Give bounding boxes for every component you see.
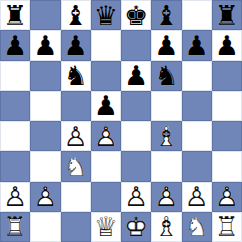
square-d4[interactable]: ♟♙ bbox=[91, 121, 121, 151]
square-c4[interactable]: ♟♙ bbox=[61, 121, 91, 151]
white-queen-d1[interactable]: ♛♕ bbox=[91, 212, 121, 242]
white-piece-outline-glyph: ♔ bbox=[121, 212, 151, 242]
square-c3[interactable]: ♞♘ bbox=[61, 151, 91, 181]
white-rook-h1[interactable]: ♜♖ bbox=[212, 212, 242, 242]
square-a6[interactable] bbox=[0, 61, 30, 91]
square-f1[interactable]: ♝♗ bbox=[151, 212, 181, 242]
square-a5[interactable] bbox=[0, 91, 30, 121]
white-rook-a1[interactable]: ♜♖ bbox=[0, 212, 30, 242]
white-king-e1[interactable]: ♚♔ bbox=[121, 212, 151, 242]
black-pawn-h7[interactable]: ♟ bbox=[212, 30, 242, 60]
black-piece-glyph: ♟ bbox=[151, 30, 181, 60]
black-rook-h8[interactable]: ♜ bbox=[212, 0, 242, 30]
square-d6[interactable] bbox=[91, 61, 121, 91]
square-e4[interactable] bbox=[121, 121, 151, 151]
square-a2[interactable]: ♟♙ bbox=[0, 182, 30, 212]
square-h7[interactable]: ♟ bbox=[212, 30, 242, 60]
square-b3[interactable] bbox=[30, 151, 60, 181]
square-f2[interactable]: ♟♙ bbox=[151, 182, 181, 212]
black-piece-glyph: ♞ bbox=[151, 61, 181, 91]
square-c5[interactable] bbox=[61, 91, 91, 121]
square-a7[interactable]: ♟ bbox=[0, 30, 30, 60]
square-b5[interactable] bbox=[30, 91, 60, 121]
white-pawn-f2[interactable]: ♟♙ bbox=[151, 182, 181, 212]
black-pawn-g7[interactable]: ♟ bbox=[182, 30, 212, 60]
square-d3[interactable] bbox=[91, 151, 121, 181]
white-piece-outline-glyph: ♙ bbox=[121, 182, 151, 212]
black-bishop-f8[interactable]: ♝ bbox=[151, 0, 181, 30]
square-g3[interactable] bbox=[182, 151, 212, 181]
black-piece-glyph: ♟ bbox=[91, 91, 121, 121]
black-piece-glyph: ♟ bbox=[30, 30, 60, 60]
square-g1[interactable]: ♞♘ bbox=[182, 212, 212, 242]
square-b2[interactable]: ♟♙ bbox=[30, 182, 60, 212]
square-a4[interactable] bbox=[0, 121, 30, 151]
square-a3[interactable] bbox=[0, 151, 30, 181]
square-f4[interactable]: ♝♗ bbox=[151, 121, 181, 151]
square-b6[interactable] bbox=[30, 61, 60, 91]
black-piece-glyph: ♟ bbox=[121, 61, 151, 91]
white-piece-outline-glyph: ♕ bbox=[91, 212, 121, 242]
square-d1[interactable]: ♛♕ bbox=[91, 212, 121, 242]
white-pawn-d4[interactable]: ♟♙ bbox=[91, 121, 121, 151]
square-f3[interactable] bbox=[151, 151, 181, 181]
square-g4[interactable] bbox=[182, 121, 212, 151]
white-pawn-c4[interactable]: ♟♙ bbox=[61, 121, 91, 151]
white-piece-outline-glyph: ♙ bbox=[61, 121, 91, 151]
square-b4[interactable] bbox=[30, 121, 60, 151]
square-c7[interactable]: ♟ bbox=[61, 30, 91, 60]
square-a8[interactable]: ♜ bbox=[0, 0, 30, 30]
square-c8[interactable]: ♝ bbox=[61, 0, 91, 30]
square-g7[interactable]: ♟ bbox=[182, 30, 212, 60]
square-d5[interactable]: ♟ bbox=[91, 91, 121, 121]
white-piece-outline-glyph: ♙ bbox=[30, 182, 60, 212]
black-piece-glyph: ♝ bbox=[151, 0, 181, 30]
white-bishop-f1[interactable]: ♝♗ bbox=[151, 212, 181, 242]
black-piece-glyph: ♟ bbox=[61, 30, 91, 60]
square-h1[interactable]: ♜♖ bbox=[212, 212, 242, 242]
square-e5[interactable] bbox=[121, 91, 151, 121]
square-h3[interactable] bbox=[212, 151, 242, 181]
black-piece-glyph: ♟ bbox=[212, 30, 242, 60]
square-b1[interactable] bbox=[30, 212, 60, 242]
square-g2[interactable]: ♟♙ bbox=[182, 182, 212, 212]
black-piece-glyph: ♜ bbox=[212, 0, 242, 30]
square-b7[interactable]: ♟ bbox=[30, 30, 60, 60]
square-d2[interactable] bbox=[91, 182, 121, 212]
white-piece-outline-glyph: ♙ bbox=[0, 182, 30, 212]
white-piece-outline-glyph: ♗ bbox=[151, 212, 181, 242]
square-b8[interactable] bbox=[30, 0, 60, 30]
black-king-e8[interactable]: ♚ bbox=[121, 0, 151, 30]
square-h5[interactable] bbox=[212, 91, 242, 121]
black-pawn-d5[interactable]: ♟ bbox=[91, 91, 121, 121]
black-piece-glyph: ♟ bbox=[182, 30, 212, 60]
square-a1[interactable]: ♜♖ bbox=[0, 212, 30, 242]
white-pawn-h2[interactable]: ♟♙ bbox=[212, 182, 242, 212]
square-g5[interactable] bbox=[182, 91, 212, 121]
white-piece-outline-glyph: ♘ bbox=[182, 212, 212, 242]
white-knight-c3[interactable]: ♞♘ bbox=[61, 151, 91, 181]
black-piece-glyph: ♜ bbox=[0, 0, 30, 30]
square-f5[interactable] bbox=[151, 91, 181, 121]
square-h6[interactable] bbox=[212, 61, 242, 91]
black-knight-c6[interactable]: ♞ bbox=[61, 61, 91, 91]
square-e2[interactable]: ♟♙ bbox=[121, 182, 151, 212]
square-f6[interactable]: ♞ bbox=[151, 61, 181, 91]
square-e7[interactable] bbox=[121, 30, 151, 60]
chess-board: ♜♝♛♚♝♜♟♟♟♟♟♟♞♟♞♟♟♙♟♙♝♗♞♘♟♙♟♙♟♙♟♙♟♙♟♙♜♖♛♕… bbox=[0, 0, 242, 242]
square-g8[interactable] bbox=[182, 0, 212, 30]
white-piece-outline-glyph: ♗ bbox=[151, 121, 181, 151]
white-pawn-g2[interactable]: ♟♙ bbox=[182, 182, 212, 212]
black-piece-glyph: ♝ bbox=[61, 0, 91, 30]
square-c1[interactable] bbox=[61, 212, 91, 242]
black-pawn-b7[interactable]: ♟ bbox=[30, 30, 60, 60]
white-knight-g1[interactable]: ♞♘ bbox=[182, 212, 212, 242]
black-knight-f6[interactable]: ♞ bbox=[151, 61, 181, 91]
square-f7[interactable]: ♟ bbox=[151, 30, 181, 60]
white-piece-outline-glyph: ♖ bbox=[212, 212, 242, 242]
black-pawn-c7[interactable]: ♟ bbox=[61, 30, 91, 60]
square-d8[interactable]: ♛ bbox=[91, 0, 121, 30]
white-pawn-a2[interactable]: ♟♙ bbox=[0, 182, 30, 212]
white-pawn-e2[interactable]: ♟♙ bbox=[121, 182, 151, 212]
square-e8[interactable]: ♚ bbox=[121, 0, 151, 30]
square-f8[interactable]: ♝ bbox=[151, 0, 181, 30]
square-e1[interactable]: ♚♔ bbox=[121, 212, 151, 242]
square-d7[interactable] bbox=[91, 30, 121, 60]
square-c6[interactable]: ♞ bbox=[61, 61, 91, 91]
black-piece-glyph: ♛ bbox=[91, 0, 121, 30]
black-rook-a8[interactable]: ♜ bbox=[0, 0, 30, 30]
white-piece-outline-glyph: ♙ bbox=[212, 182, 242, 212]
black-piece-glyph: ♞ bbox=[61, 61, 91, 91]
black-piece-glyph: ♚ bbox=[121, 0, 151, 30]
white-bishop-f4[interactable]: ♝♗ bbox=[151, 121, 181, 151]
square-e3[interactable] bbox=[121, 151, 151, 181]
white-piece-outline-glyph: ♙ bbox=[91, 121, 121, 151]
square-c2[interactable] bbox=[61, 182, 91, 212]
square-g6[interactable] bbox=[182, 61, 212, 91]
black-piece-glyph: ♟ bbox=[0, 30, 30, 60]
square-h2[interactable]: ♟♙ bbox=[212, 182, 242, 212]
white-piece-outline-glyph: ♘ bbox=[61, 151, 91, 181]
square-h8[interactable]: ♜ bbox=[212, 0, 242, 30]
white-piece-outline-glyph: ♖ bbox=[0, 212, 30, 242]
black-bishop-c8[interactable]: ♝ bbox=[61, 0, 91, 30]
square-e6[interactable]: ♟ bbox=[121, 61, 151, 91]
white-pawn-b2[interactable]: ♟♙ bbox=[30, 182, 60, 212]
square-h4[interactable] bbox=[212, 121, 242, 151]
black-queen-d8[interactable]: ♛ bbox=[91, 0, 121, 30]
white-piece-outline-glyph: ♙ bbox=[182, 182, 212, 212]
black-pawn-e6[interactable]: ♟ bbox=[121, 61, 151, 91]
white-piece-outline-glyph: ♙ bbox=[151, 182, 181, 212]
black-pawn-a7[interactable]: ♟ bbox=[0, 30, 30, 60]
black-pawn-f7[interactable]: ♟ bbox=[151, 30, 181, 60]
